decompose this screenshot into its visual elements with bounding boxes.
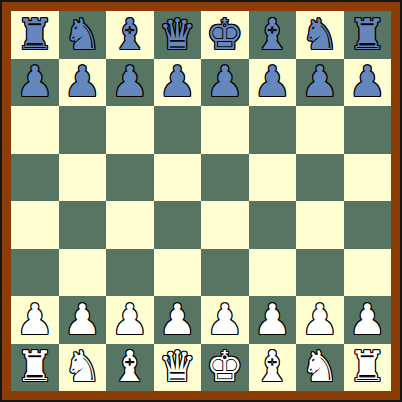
square-g7[interactable]: ♟ — [296, 59, 344, 107]
square-c6[interactable] — [106, 106, 154, 154]
piece-white-knight[interactable]: ♞ — [63, 346, 101, 388]
piece-blue-king[interactable]: ♚ — [206, 14, 244, 56]
square-e3[interactable] — [201, 249, 249, 297]
piece-blue-pawn[interactable]: ♟ — [16, 61, 54, 103]
piece-blue-knight[interactable]: ♞ — [301, 14, 339, 56]
piece-white-pawn[interactable]: ♟ — [301, 299, 339, 341]
piece-white-rook[interactable]: ♜ — [348, 346, 386, 388]
square-a6[interactable] — [11, 106, 59, 154]
square-d6[interactable] — [154, 106, 202, 154]
square-a5[interactable] — [11, 154, 59, 202]
piece-white-bishop[interactable]: ♝ — [253, 346, 291, 388]
chess-board: ♜♞♝♛♚♝♞♜♟♟♟♟♟♟♟♟♟♟♟♟♟♟♟♟♜♞♝♛♚♝♞♜ — [11, 11, 391, 391]
piece-white-pawn[interactable]: ♟ — [206, 299, 244, 341]
square-d1[interactable]: ♛ — [154, 344, 202, 392]
square-c1[interactable]: ♝ — [106, 344, 154, 392]
square-f7[interactable]: ♟ — [249, 59, 297, 107]
square-c5[interactable] — [106, 154, 154, 202]
square-h4[interactable] — [344, 201, 392, 249]
square-b3[interactable] — [59, 249, 107, 297]
piece-blue-knight[interactable]: ♞ — [63, 14, 101, 56]
square-g2[interactable]: ♟ — [296, 296, 344, 344]
square-a7[interactable]: ♟ — [11, 59, 59, 107]
square-b4[interactable] — [59, 201, 107, 249]
piece-blue-pawn[interactable]: ♟ — [301, 61, 339, 103]
piece-white-rook[interactable]: ♜ — [16, 346, 54, 388]
square-h1[interactable]: ♜ — [344, 344, 392, 392]
square-e8[interactable]: ♚ — [201, 11, 249, 59]
square-g6[interactable] — [296, 106, 344, 154]
square-c8[interactable]: ♝ — [106, 11, 154, 59]
square-d3[interactable] — [154, 249, 202, 297]
square-f5[interactable] — [249, 154, 297, 202]
piece-blue-pawn[interactable]: ♟ — [111, 61, 149, 103]
piece-blue-rook[interactable]: ♜ — [348, 14, 386, 56]
square-h8[interactable]: ♜ — [344, 11, 392, 59]
square-d2[interactable]: ♟ — [154, 296, 202, 344]
square-f2[interactable]: ♟ — [249, 296, 297, 344]
piece-blue-pawn[interactable]: ♟ — [63, 61, 101, 103]
piece-white-bishop[interactable]: ♝ — [111, 346, 149, 388]
piece-blue-pawn[interactable]: ♟ — [348, 61, 386, 103]
square-b7[interactable]: ♟ — [59, 59, 107, 107]
square-a2[interactable]: ♟ — [11, 296, 59, 344]
piece-white-knight[interactable]: ♞ — [301, 346, 339, 388]
square-d8[interactable]: ♛ — [154, 11, 202, 59]
square-f1[interactable]: ♝ — [249, 344, 297, 392]
square-b2[interactable]: ♟ — [59, 296, 107, 344]
square-d4[interactable] — [154, 201, 202, 249]
square-d7[interactable]: ♟ — [154, 59, 202, 107]
square-g4[interactable] — [296, 201, 344, 249]
square-b6[interactable] — [59, 106, 107, 154]
piece-blue-bishop[interactable]: ♝ — [253, 14, 291, 56]
piece-blue-pawn[interactable]: ♟ — [253, 61, 291, 103]
square-c3[interactable] — [106, 249, 154, 297]
square-h6[interactable] — [344, 106, 392, 154]
piece-white-pawn[interactable]: ♟ — [63, 299, 101, 341]
piece-blue-queen[interactable]: ♛ — [158, 14, 196, 56]
square-g8[interactable]: ♞ — [296, 11, 344, 59]
square-g1[interactable]: ♞ — [296, 344, 344, 392]
square-c4[interactable] — [106, 201, 154, 249]
piece-white-king[interactable]: ♚ — [206, 346, 244, 388]
square-h3[interactable] — [344, 249, 392, 297]
square-h5[interactable] — [344, 154, 392, 202]
piece-blue-bishop[interactable]: ♝ — [111, 14, 149, 56]
piece-white-pawn[interactable]: ♟ — [158, 299, 196, 341]
board-frame: ♜♞♝♛♚♝♞♜♟♟♟♟♟♟♟♟♟♟♟♟♟♟♟♟♜♞♝♛♚♝♞♜ — [0, 0, 402, 402]
square-f3[interactable] — [249, 249, 297, 297]
piece-white-pawn[interactable]: ♟ — [348, 299, 386, 341]
square-h2[interactable]: ♟ — [344, 296, 392, 344]
square-e1[interactable]: ♚ — [201, 344, 249, 392]
square-a3[interactable] — [11, 249, 59, 297]
piece-blue-pawn[interactable]: ♟ — [206, 61, 244, 103]
square-e2[interactable]: ♟ — [201, 296, 249, 344]
piece-blue-pawn[interactable]: ♟ — [158, 61, 196, 103]
square-b8[interactable]: ♞ — [59, 11, 107, 59]
square-f4[interactable] — [249, 201, 297, 249]
square-a1[interactable]: ♜ — [11, 344, 59, 392]
piece-white-queen[interactable]: ♛ — [158, 346, 196, 388]
square-a8[interactable]: ♜ — [11, 11, 59, 59]
square-b1[interactable]: ♞ — [59, 344, 107, 392]
square-c7[interactable]: ♟ — [106, 59, 154, 107]
piece-white-pawn[interactable]: ♟ — [253, 299, 291, 341]
square-h7[interactable]: ♟ — [344, 59, 392, 107]
square-g5[interactable] — [296, 154, 344, 202]
square-e7[interactable]: ♟ — [201, 59, 249, 107]
piece-white-pawn[interactable]: ♟ — [16, 299, 54, 341]
square-b5[interactable] — [59, 154, 107, 202]
square-e4[interactable] — [201, 201, 249, 249]
square-g3[interactable] — [296, 249, 344, 297]
square-e6[interactable] — [201, 106, 249, 154]
square-f6[interactable] — [249, 106, 297, 154]
square-a4[interactable] — [11, 201, 59, 249]
square-c2[interactable]: ♟ — [106, 296, 154, 344]
square-e5[interactable] — [201, 154, 249, 202]
square-d5[interactable] — [154, 154, 202, 202]
piece-blue-rook[interactable]: ♜ — [16, 14, 54, 56]
piece-white-pawn[interactable]: ♟ — [111, 299, 149, 341]
square-f8[interactable]: ♝ — [249, 11, 297, 59]
